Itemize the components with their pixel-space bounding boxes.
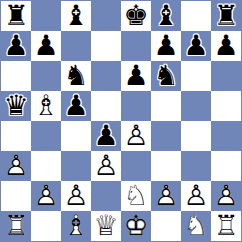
square-f3[interactable] (151, 151, 181, 181)
square-c4[interactable] (61, 121, 91, 151)
white-piece-outline: ♙ (91, 151, 121, 181)
square-c7[interactable] (61, 31, 91, 61)
square-d7[interactable] (91, 31, 121, 61)
white-pawn-piece[interactable]: ♟♙ (31, 181, 61, 211)
white-pawn-piece[interactable]: ♟♙ (211, 181, 241, 211)
white-piece-outline: ♙ (31, 181, 61, 211)
black-piece-glyph: ♟ (1, 31, 31, 61)
square-d8[interactable] (91, 1, 121, 31)
square-c5[interactable]: ♟ (61, 91, 91, 121)
square-e6[interactable]: ♟ (121, 61, 151, 91)
square-h4[interactable] (211, 121, 241, 151)
chess-board: ♜♝♚♝♜♟♟♟♟♟♞♟♞♛♝♗♟♟♟♙♟♙♟♙♟♙♟♙♞♘♟♙♟♙♟♙♜♖♝♗… (0, 0, 242, 242)
black-piece-glyph: ♝ (151, 1, 181, 31)
black-piece-glyph: ♞ (151, 61, 181, 91)
square-h8[interactable]: ♜ (211, 1, 241, 31)
square-d3[interactable]: ♟♙ (91, 151, 121, 181)
square-d1[interactable]: ♛♕ (91, 211, 121, 241)
white-piece-outline: ♔ (121, 211, 151, 241)
chess-board-diagram: ♜♝♚♝♜♟♟♟♟♟♞♟♞♛♝♗♟♟♟♙♟♙♟♙♟♙♟♙♞♘♟♙♟♙♟♙♜♖♝♗… (0, 0, 242, 242)
white-bishop-piece[interactable]: ♝♗ (61, 211, 91, 241)
square-d2[interactable] (91, 181, 121, 211)
black-piece-glyph: ♟ (91, 121, 121, 151)
square-a3[interactable]: ♟♙ (1, 151, 31, 181)
square-a1[interactable]: ♜♖ (1, 211, 31, 241)
white-knight-piece[interactable]: ♞♘ (181, 211, 211, 241)
white-pawn-piece[interactable]: ♟♙ (91, 151, 121, 181)
square-b8[interactable] (31, 1, 61, 31)
square-h5[interactable] (211, 91, 241, 121)
square-e5[interactable] (121, 91, 151, 121)
white-piece-outline: ♙ (181, 181, 211, 211)
black-king-piece[interactable]: ♚ (121, 1, 151, 31)
black-pawn-piece[interactable]: ♟ (61, 91, 91, 121)
square-g4[interactable] (181, 121, 211, 151)
square-g7[interactable]: ♟ (181, 31, 211, 61)
white-piece-outline: ♙ (61, 181, 91, 211)
black-piece-glyph: ♟ (121, 61, 151, 91)
square-f5[interactable] (151, 91, 181, 121)
black-piece-glyph: ♜ (211, 1, 241, 31)
square-a2[interactable] (1, 181, 31, 211)
square-h2[interactable]: ♟♙ (211, 181, 241, 211)
white-pawn-piece[interactable]: ♟♙ (181, 181, 211, 211)
square-h7[interactable]: ♟ (211, 31, 241, 61)
white-piece-outline: ♘ (121, 181, 151, 211)
square-g6[interactable] (181, 61, 211, 91)
white-piece-outline: ♗ (31, 91, 61, 121)
square-f1[interactable] (151, 211, 181, 241)
square-h1[interactable]: ♜♖ (211, 211, 241, 241)
square-g3[interactable] (181, 151, 211, 181)
white-piece-outline: ♕ (91, 211, 121, 241)
black-pawn-piece[interactable]: ♟ (91, 121, 121, 151)
white-knight-piece[interactable]: ♞♘ (121, 181, 151, 211)
square-b1[interactable] (31, 211, 61, 241)
white-pawn-piece[interactable]: ♟♙ (61, 181, 91, 211)
black-queen-piece[interactable]: ♛ (1, 91, 31, 121)
square-d6[interactable] (91, 61, 121, 91)
square-h6[interactable] (211, 61, 241, 91)
square-e4[interactable]: ♟♙ (121, 121, 151, 151)
white-rook-piece[interactable]: ♜♖ (1, 211, 31, 241)
square-h3[interactable] (211, 151, 241, 181)
white-pawn-piece[interactable]: ♟♙ (121, 121, 151, 151)
black-rook-piece[interactable]: ♜ (1, 1, 31, 31)
square-b4[interactable] (31, 121, 61, 151)
square-c8[interactable]: ♝ (61, 1, 91, 31)
square-f2[interactable]: ♟♙ (151, 181, 181, 211)
square-e7[interactable] (121, 31, 151, 61)
white-piece-outline: ♙ (1, 151, 31, 181)
white-piece-outline: ♙ (211, 181, 241, 211)
square-b7[interactable]: ♟ (31, 31, 61, 61)
square-f4[interactable] (151, 121, 181, 151)
square-a7[interactable]: ♟ (1, 31, 31, 61)
square-g8[interactable] (181, 1, 211, 31)
square-a5[interactable]: ♛ (1, 91, 31, 121)
white-queen-piece[interactable]: ♛♕ (91, 211, 121, 241)
square-f7[interactable]: ♟ (151, 31, 181, 61)
white-piece-outline: ♘ (181, 211, 211, 241)
white-rook-piece[interactable]: ♜♖ (211, 211, 241, 241)
black-knight-piece[interactable]: ♞ (151, 61, 181, 91)
black-rook-piece[interactable]: ♜ (211, 1, 241, 31)
black-pawn-piece[interactable]: ♟ (211, 31, 241, 61)
black-piece-glyph: ♟ (181, 31, 211, 61)
square-d5[interactable] (91, 91, 121, 121)
black-bishop-piece[interactable]: ♝ (61, 1, 91, 31)
white-pawn-piece[interactable]: ♟♙ (151, 181, 181, 211)
square-c6[interactable]: ♞ (61, 61, 91, 91)
black-knight-piece[interactable]: ♞ (61, 61, 91, 91)
square-e1[interactable]: ♚♔ (121, 211, 151, 241)
black-bishop-piece[interactable]: ♝ (151, 1, 181, 31)
black-piece-glyph: ♛ (1, 91, 31, 121)
square-g5[interactable] (181, 91, 211, 121)
black-piece-glyph: ♜ (1, 1, 31, 31)
square-b5[interactable]: ♝♗ (31, 91, 61, 121)
black-piece-glyph: ♟ (151, 31, 181, 61)
black-pawn-piece[interactable]: ♟ (181, 31, 211, 61)
square-g1[interactable]: ♞♘ (181, 211, 211, 241)
square-f8[interactable]: ♝ (151, 1, 181, 31)
black-piece-glyph: ♚ (121, 1, 151, 31)
white-piece-outline: ♖ (211, 211, 241, 241)
black-pawn-piece[interactable]: ♟ (151, 31, 181, 61)
black-piece-glyph: ♟ (211, 31, 241, 61)
white-king-piece[interactable]: ♚♔ (121, 211, 151, 241)
square-e8[interactable]: ♚ (121, 1, 151, 31)
square-c1[interactable]: ♝♗ (61, 211, 91, 241)
square-c2[interactable]: ♟♙ (61, 181, 91, 211)
square-f6[interactable]: ♞ (151, 61, 181, 91)
square-e3[interactable] (121, 151, 151, 181)
square-a6[interactable] (1, 61, 31, 91)
square-b2[interactable]: ♟♙ (31, 181, 61, 211)
black-piece-glyph: ♝ (61, 1, 91, 31)
white-bishop-piece[interactable]: ♝♗ (31, 91, 61, 121)
black-pawn-piece[interactable]: ♟ (31, 31, 61, 61)
black-pawn-piece[interactable]: ♟ (1, 31, 31, 61)
white-piece-outline: ♙ (121, 121, 151, 151)
square-c3[interactable] (61, 151, 91, 181)
square-g2[interactable]: ♟♙ (181, 181, 211, 211)
white-piece-outline: ♗ (61, 211, 91, 241)
square-d4[interactable]: ♟ (91, 121, 121, 151)
square-b6[interactable] (31, 61, 61, 91)
square-e2[interactable]: ♞♘ (121, 181, 151, 211)
black-piece-glyph: ♟ (31, 31, 61, 61)
white-piece-outline: ♖ (1, 211, 31, 241)
white-piece-outline: ♙ (151, 181, 181, 211)
square-a4[interactable] (1, 121, 31, 151)
black-piece-glyph: ♞ (61, 61, 91, 91)
black-piece-glyph: ♟ (61, 91, 91, 121)
square-a8[interactable]: ♜ (1, 1, 31, 31)
square-b3[interactable] (31, 151, 61, 181)
white-pawn-piece[interactable]: ♟♙ (1, 151, 31, 181)
black-pawn-piece[interactable]: ♟ (121, 61, 151, 91)
